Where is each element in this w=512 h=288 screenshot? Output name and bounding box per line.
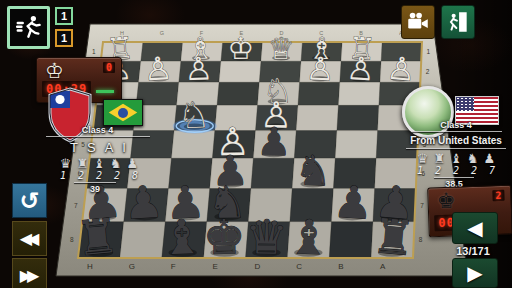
rank-label-right: 7 bbox=[420, 202, 424, 209]
piece-white-king-e1[interactable]: ♔ bbox=[227, 31, 254, 66]
square-c4[interactable] bbox=[296, 105, 338, 130]
white-rook-count: 2 bbox=[78, 171, 84, 181]
white-material-total: 39 bbox=[74, 184, 116, 194]
piece-black-rook-a8[interactable]: ♜ bbox=[370, 208, 417, 266]
undo-button[interactable]: ↺ bbox=[12, 183, 47, 218]
piece-white-pawn-a2[interactable]: ♙ bbox=[385, 50, 417, 88]
piece-white-pawn-c2[interactable]: ♙ bbox=[305, 50, 335, 87]
white-queen-count: 1 bbox=[60, 171, 66, 181]
knight-icon: ♞ bbox=[110, 157, 122, 170]
video-camera-icon bbox=[405, 9, 431, 35]
us-canton bbox=[456, 97, 474, 111]
black-player-origin: From United States bbox=[400, 135, 512, 146]
speed-mode-button[interactable] bbox=[7, 6, 50, 49]
piece-white-pawn-g2[interactable]: ♙ bbox=[143, 50, 173, 88]
black-material-icons: ♛ ♜ ♝ ♞ ♟ bbox=[404, 152, 508, 165]
queen-icon: ♛ bbox=[417, 152, 429, 165]
divider bbox=[74, 182, 116, 183]
rook-icon: ♜ bbox=[434, 152, 446, 165]
record-button[interactable] bbox=[401, 5, 435, 39]
knight-icon: ♞ bbox=[467, 152, 479, 165]
rank-label-right: 8 bbox=[419, 236, 423, 243]
divider bbox=[406, 148, 506, 149]
piece-black-pawn-b7[interactable]: ♟ bbox=[332, 176, 375, 229]
rewind-button[interactable]: ◀◀ bbox=[12, 221, 47, 256]
black-bishop-count: 2 bbox=[453, 166, 459, 176]
black-material-counts: 1 2 2 2 7 bbox=[404, 166, 508, 176]
white-clock-indicator bbox=[96, 90, 114, 93]
taiwan-sun-icon bbox=[55, 95, 64, 104]
bishop-icon: ♝ bbox=[93, 157, 105, 170]
black-player-class: Class 4 bbox=[420, 120, 492, 130]
black-clock-badge: 2 bbox=[492, 190, 504, 201]
piece-white-pawn-f2[interactable]: ♙ bbox=[184, 50, 214, 87]
white-pawn-count: 8 bbox=[132, 171, 138, 181]
black-knight-count: 2 bbox=[471, 166, 477, 176]
white-bishop-count: 2 bbox=[96, 171, 102, 181]
black-pawn-count: 7 bbox=[489, 166, 495, 176]
rank-label-right: 1 bbox=[427, 48, 431, 55]
fast-forward-button[interactable]: ▶▶ bbox=[12, 258, 47, 288]
divider bbox=[412, 131, 502, 132]
piece-white-pawn-b2[interactable]: ♙ bbox=[345, 50, 376, 88]
piece-black-bishop-f8[interactable]: ♝ bbox=[160, 209, 205, 266]
piece-black-king-e8[interactable]: ♚ bbox=[203, 209, 246, 265]
black-king-clock-icon: ♚ bbox=[436, 189, 456, 214]
orange-counter-badge: 1 bbox=[55, 29, 73, 47]
piece-black-bishop-c8[interactable]: ♝ bbox=[287, 209, 331, 265]
file-label-top: G bbox=[160, 30, 164, 36]
rank-label-left: 7 bbox=[74, 202, 78, 209]
rank-label-left: 1 bbox=[92, 48, 96, 55]
brazil-flag bbox=[103, 99, 143, 126]
file-label-bottom: B bbox=[338, 262, 343, 271]
square-b4[interactable] bbox=[337, 105, 379, 130]
exit-door-icon bbox=[445, 9, 471, 35]
square-b5[interactable] bbox=[335, 131, 377, 159]
pawn-icon: ♟ bbox=[483, 152, 495, 165]
piece-black-queen-d8[interactable]: ♛ bbox=[245, 209, 288, 264]
rook-icon: ♜ bbox=[77, 157, 89, 170]
exit-button[interactable] bbox=[441, 5, 475, 39]
previous-move-button[interactable]: ◀ bbox=[452, 212, 498, 244]
move-counter: 13/171 bbox=[443, 245, 503, 257]
piece-black-pawn-d5[interactable]: ♟ bbox=[256, 119, 291, 164]
piece-black-pawn-g7[interactable]: ♟ bbox=[122, 176, 165, 229]
divider bbox=[434, 177, 474, 178]
white-material-counts: 1 2 2 2 8 bbox=[42, 171, 156, 181]
next-move-button[interactable]: ▶ bbox=[452, 258, 498, 288]
piece-black-knight-c6[interactable]: ♞ bbox=[294, 146, 333, 195]
white-king-clock-icon: ♔ bbox=[45, 59, 64, 83]
pawn-icon: ♟ bbox=[126, 157, 138, 170]
white-player-name: TSAI bbox=[46, 140, 150, 155]
black-queen-count: 1 bbox=[417, 166, 423, 176]
piece-black-rook-h8[interactable]: ♜ bbox=[74, 208, 121, 267]
rank-label-left: 8 bbox=[70, 236, 74, 243]
white-material-icons: ♛ ♜ ♝ ♞ ♟ bbox=[42, 157, 156, 170]
divider bbox=[46, 136, 150, 137]
rank-label-right: 2 bbox=[426, 68, 430, 75]
white-clock-badge: 0 bbox=[103, 62, 115, 73]
bishop-icon: ♝ bbox=[450, 152, 462, 165]
white-knight-count: 2 bbox=[114, 171, 120, 181]
queen-icon: ♛ bbox=[60, 157, 72, 170]
green-counter-badge: 1 bbox=[55, 7, 73, 25]
piece-white-knight-f4[interactable]: ♘ bbox=[177, 94, 211, 136]
square-e3[interactable] bbox=[217, 82, 259, 105]
piece-white-queen-d1[interactable]: ♕ bbox=[267, 31, 294, 66]
black-rook-count: 2 bbox=[435, 166, 441, 176]
runner-icon bbox=[14, 13, 44, 43]
file-label-bottom: G bbox=[129, 262, 135, 271]
game-screen: HHGGFFEEDDCCBBAA1122334455667788♖♗♕♔♗♖♙♙… bbox=[0, 0, 512, 288]
brazil-circle bbox=[118, 108, 128, 118]
white-player-class: Class 4 bbox=[50, 125, 145, 135]
